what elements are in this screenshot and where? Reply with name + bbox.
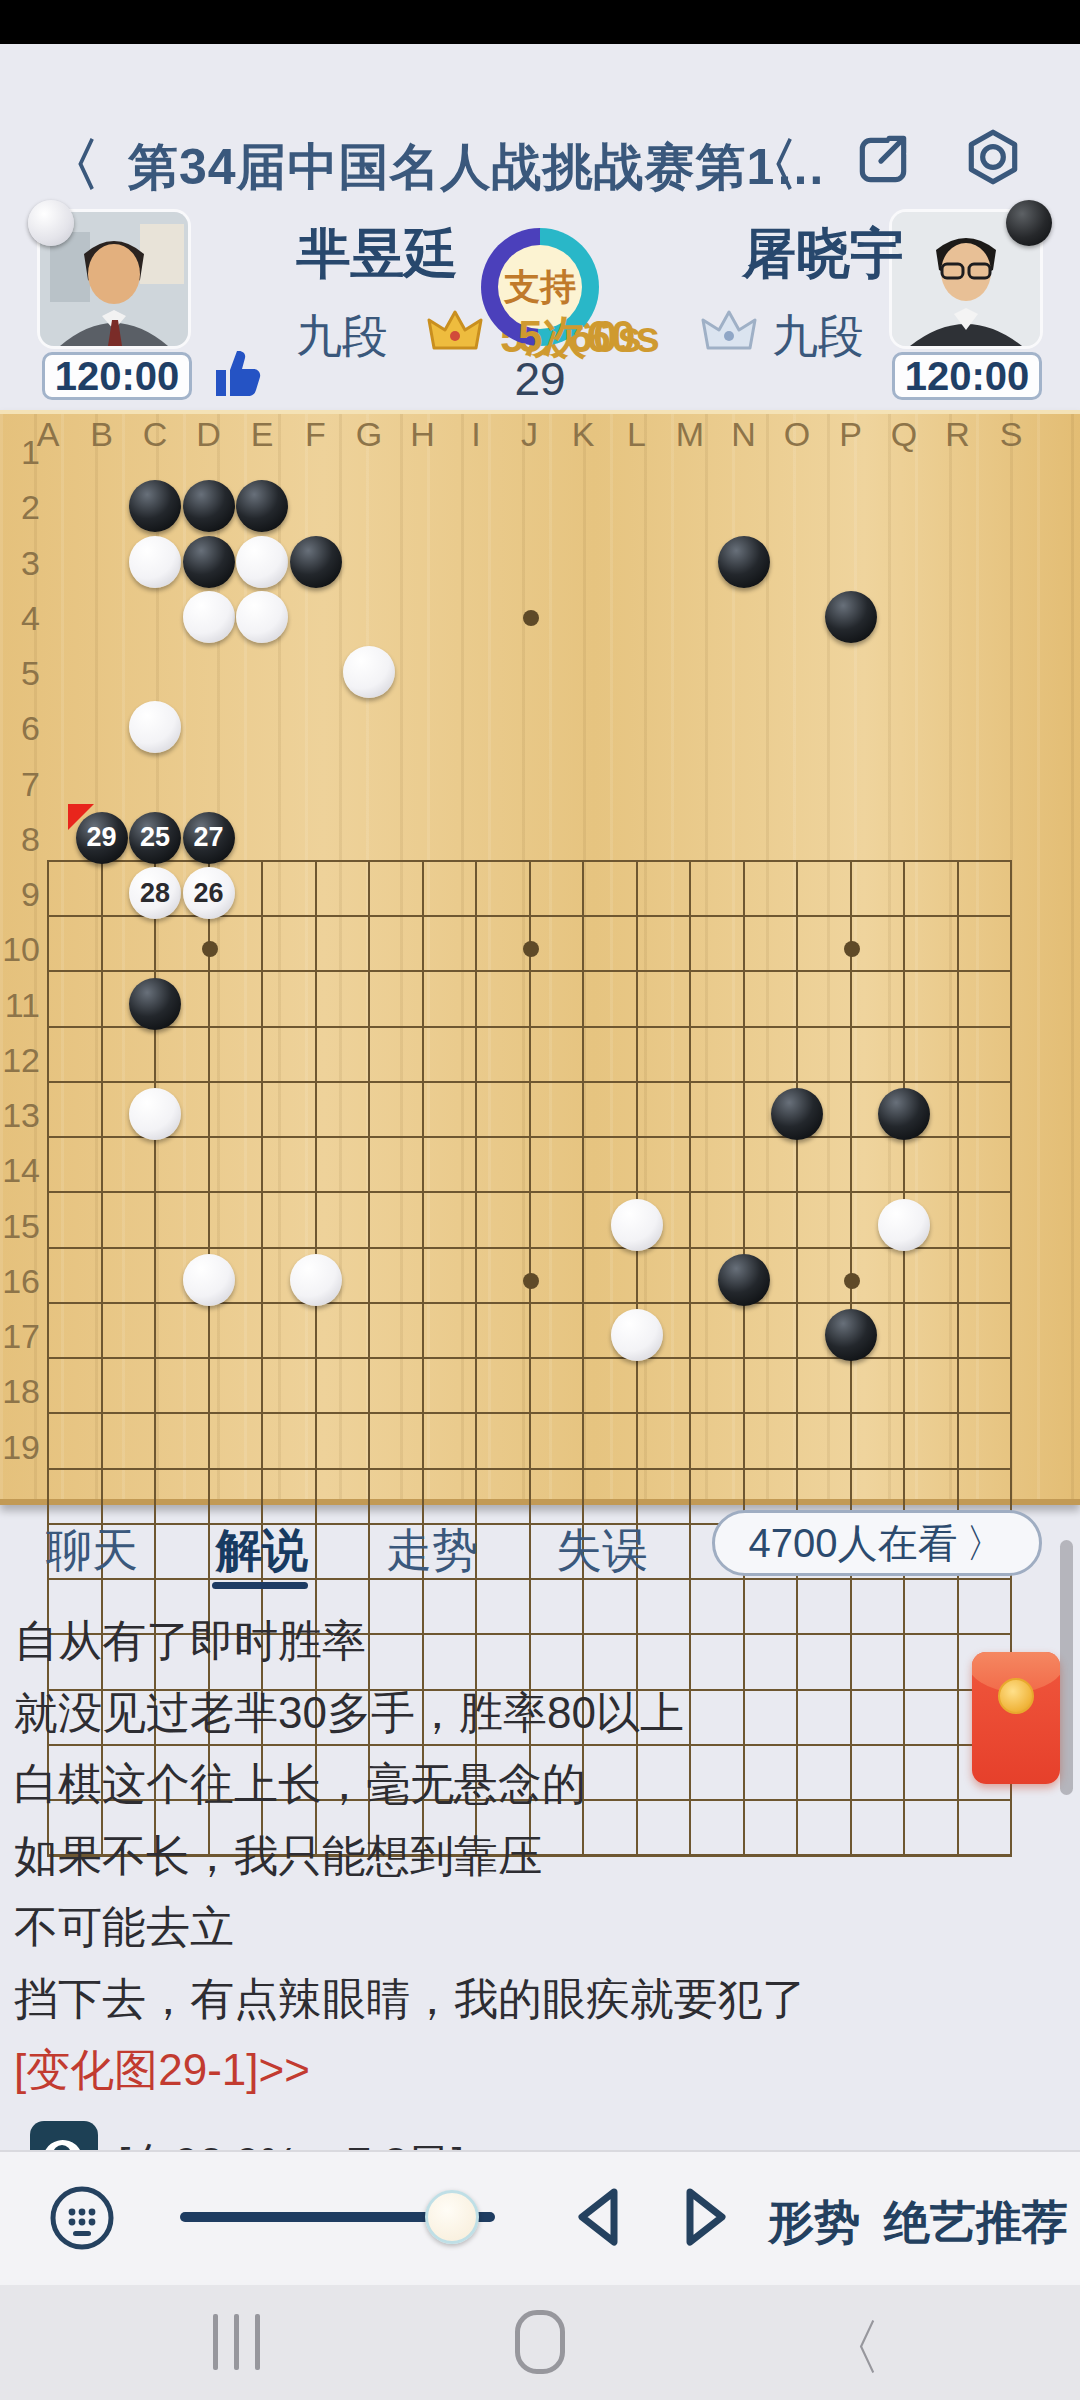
active-tab-underline: [212, 1582, 308, 1589]
nav-back-icon[interactable]: 〈: [822, 2308, 882, 2389]
board-col-label: S: [991, 415, 1031, 454]
right-player-name: 屠晓宇: [742, 218, 904, 291]
star-point: [523, 941, 539, 957]
commentary-line: 如果不长，我只能想到靠压: [14, 1827, 542, 1886]
board-row-label: 11: [2, 986, 40, 1025]
commentary-line: 挡下去，有点辣眼睛，我的眼疾就要犯了: [14, 1970, 806, 2029]
board-col-label: D: [189, 415, 229, 454]
board-col-label: Q: [884, 415, 924, 454]
status-bar: [0, 0, 1080, 44]
right-player-rank: 九段: [772, 306, 864, 368]
viewers-count: 4700人在看: [749, 1516, 958, 1571]
star-point: [523, 610, 539, 626]
board-row-label: 4: [2, 599, 40, 638]
board-row-label: 6: [2, 709, 40, 748]
board-row-label: 2: [2, 488, 40, 527]
board-col-label: J: [510, 415, 550, 454]
stone-N16: [718, 1254, 770, 1306]
board-col-label: O: [777, 415, 817, 454]
ai-engine-logo: [30, 2121, 98, 2151]
tab-chat[interactable]: 聊天: [46, 1520, 138, 1582]
board-col-label: G: [349, 415, 389, 454]
stone-D8: 27: [183, 812, 235, 864]
ai-recommend-button[interactable]: 绝艺推荐: [884, 2192, 1068, 2254]
situation-button[interactable]: 形势: [768, 2192, 860, 2254]
stone-P17: [825, 1309, 877, 1361]
stone-E4: [236, 591, 288, 643]
back-icon[interactable]: 〈: [44, 128, 100, 204]
stone-D4: [183, 591, 235, 643]
black-stone-badge: [1006, 200, 1052, 246]
stone-N3: [718, 536, 770, 588]
gold-crown-icon: [426, 306, 484, 356]
stone-P4: [825, 591, 877, 643]
stone-C13: [129, 1088, 181, 1140]
board-col-label: C: [135, 415, 175, 454]
app-screen: 〈 第34届中国名人战挑战赛第1… 〈 芈昱廷 九段 5次60s 120:00: [0, 0, 1080, 2400]
red-envelope-icon[interactable]: [972, 1652, 1060, 1784]
board-col-label: N: [724, 415, 764, 454]
stone-C2: [129, 480, 181, 532]
board-col-label: H: [403, 415, 443, 454]
envelope-coin: [998, 1678, 1034, 1714]
commentary-line: 白棋这个往上长，毫无悬念的: [14, 1755, 586, 1814]
record-target-icon[interactable]: [962, 126, 1024, 188]
tab-mistakes[interactable]: 失误: [556, 1520, 648, 1582]
stone-D2: [183, 480, 235, 532]
recent-apps-icon[interactable]: [205, 2314, 268, 2374]
silver-crown-icon: [700, 306, 758, 356]
board-col-label: P: [831, 415, 871, 454]
board-col-label: I: [456, 415, 496, 454]
board-row-label: 1: [2, 433, 40, 472]
stone-C11: [129, 978, 181, 1030]
stone-Q15: [878, 1199, 930, 1251]
stone-Q13: [878, 1088, 930, 1140]
board-col-label: F: [296, 415, 336, 454]
commentary-panel[interactable]: 自从有了即时胜率就没见过老芈30多手，胜率80以上白棋这个往上长，毫无悬念的如果…: [0, 1604, 1080, 2150]
board-row-label: 9: [2, 875, 40, 914]
stone-D9: 26: [183, 867, 235, 919]
stone-C3: [129, 536, 181, 588]
thumbs-up-icon[interactable]: [210, 348, 262, 400]
go-board[interactable]: ABCDEFGHIJKLMNOPQRS123456789101112131415…: [0, 410, 1080, 1505]
next-move-icon[interactable]: [668, 2182, 738, 2252]
left-player-clock: 120:00: [42, 352, 192, 400]
star-point: [523, 1273, 539, 1289]
board-col-label: B: [82, 415, 122, 454]
chevron-right-icon: 〉: [965, 1516, 1005, 1571]
stone-E2: [236, 480, 288, 532]
board-row-label: 18: [2, 1372, 40, 1411]
board-row-label: 3: [2, 544, 40, 583]
board-row-label: 10: [2, 930, 40, 969]
board-row-label: 14: [2, 1151, 40, 1190]
emoji-keyboard-icon[interactable]: [48, 2184, 116, 2252]
commentary-line: 自从有了即时胜率: [14, 1612, 366, 1671]
board-col-label: R: [938, 415, 978, 454]
move-slider-knob[interactable]: [425, 2190, 479, 2244]
prev-move-icon[interactable]: [566, 2182, 636, 2252]
stone-C8: 25: [129, 812, 181, 864]
stone-O13: [771, 1088, 823, 1140]
collapse-board-icon[interactable]: 〈: [742, 128, 798, 204]
stone-F3: [290, 536, 342, 588]
stone-L15: [611, 1199, 663, 1251]
commentary-line: 就没见过老芈30多手，胜率80以上: [14, 1684, 684, 1743]
board-row-label: 15: [2, 1207, 40, 1246]
tab-trend[interactable]: 走势: [386, 1520, 478, 1582]
board-row-label: 5: [2, 654, 40, 693]
left-player-rank: 九段: [296, 306, 388, 368]
board-row-label: 16: [2, 1262, 40, 1301]
home-icon[interactable]: [515, 2310, 565, 2374]
stone-F16: [290, 1254, 342, 1306]
ai-winrate-line: [白92.9%↓+7.8目]: [118, 2135, 464, 2151]
page-title: 第34届中国名人战挑战赛第1…: [128, 134, 826, 201]
white-stone-badge: [28, 200, 74, 246]
stone-C6: [129, 701, 181, 753]
right-player-clock: 120:00: [892, 352, 1042, 400]
right-player-byoyomi: 5次60s: [518, 308, 660, 367]
board-col-label: E: [242, 415, 282, 454]
stone-G5: [343, 646, 395, 698]
stone-D3: [183, 536, 235, 588]
board-row-label: 17: [2, 1317, 40, 1356]
left-player-name: 芈昱廷: [296, 218, 458, 291]
share-icon[interactable]: [852, 128, 914, 190]
board-row-label: 7: [2, 765, 40, 804]
stone-C9: 28: [129, 867, 181, 919]
board-col-label: L: [617, 415, 657, 454]
tab-commentary[interactable]: 解说: [216, 1520, 308, 1582]
board-row-label: 12: [2, 1041, 40, 1080]
board-col-label: M: [670, 415, 710, 454]
board-col-label: K: [563, 415, 603, 454]
star-point: [844, 941, 860, 957]
commentary-line: 不可能去立: [14, 1898, 234, 1957]
last-move-marker: [68, 804, 94, 830]
stone-D16: [183, 1254, 235, 1306]
board-row-label: 8: [2, 820, 40, 859]
variation-link[interactable]: [变化图29-1]>>: [14, 2041, 310, 2100]
viewers-pill[interactable]: 4700人在看 〉: [712, 1510, 1042, 1576]
stone-L17: [611, 1309, 663, 1361]
star-point: [202, 941, 218, 957]
stone-E3: [236, 536, 288, 588]
board-row-label: 13: [2, 1096, 40, 1135]
star-point: [844, 1273, 860, 1289]
board-row-label: 19: [2, 1428, 40, 1467]
